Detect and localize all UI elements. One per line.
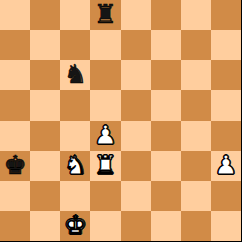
square-e1[interactable]	[121, 211, 151, 241]
square-b6[interactable]	[30, 60, 60, 90]
square-a2[interactable]	[0, 181, 30, 211]
square-f1[interactable]	[151, 211, 181, 241]
square-a4[interactable]	[0, 121, 30, 151]
square-d4[interactable]: ♟	[90, 121, 120, 151]
square-e2[interactable]	[121, 181, 151, 211]
square-c5[interactable]	[60, 90, 90, 120]
square-e8[interactable]	[121, 0, 151, 30]
black-knight-c6[interactable]: ♞	[64, 61, 87, 87]
white-rook-d3[interactable]: ♜	[94, 152, 117, 178]
square-g8[interactable]	[181, 0, 211, 30]
square-a3[interactable]: ♚	[0, 151, 30, 181]
square-f6[interactable]	[151, 60, 181, 90]
square-h6[interactable]	[211, 60, 241, 90]
square-g7[interactable]	[181, 30, 211, 60]
square-d5[interactable]	[90, 90, 120, 120]
square-d6[interactable]	[90, 60, 120, 90]
square-f8[interactable]	[151, 0, 181, 30]
square-a8[interactable]	[0, 0, 30, 30]
white-king-c1[interactable]: ♚	[64, 212, 87, 238]
square-a5[interactable]	[0, 90, 30, 120]
square-a6[interactable]	[0, 60, 30, 90]
square-e6[interactable]	[121, 60, 151, 90]
square-e5[interactable]	[121, 90, 151, 120]
square-c4[interactable]	[60, 121, 90, 151]
square-b1[interactable]	[30, 211, 60, 241]
square-c3[interactable]: ♞	[60, 151, 90, 181]
square-a7[interactable]	[0, 30, 30, 60]
square-h7[interactable]	[211, 30, 241, 60]
square-c6[interactable]: ♞	[60, 60, 90, 90]
square-g6[interactable]	[181, 60, 211, 90]
black-rook-d8[interactable]: ♜	[94, 1, 117, 27]
black-king-a3[interactable]: ♚	[3, 152, 26, 178]
square-h5[interactable]	[211, 90, 241, 120]
white-knight-c3[interactable]: ♞	[64, 152, 87, 178]
square-h1[interactable]	[211, 211, 241, 241]
square-h3[interactable]: ♟	[211, 151, 241, 181]
square-b8[interactable]	[30, 0, 60, 30]
square-b2[interactable]	[30, 181, 60, 211]
square-d7[interactable]	[90, 30, 120, 60]
square-c7[interactable]	[60, 30, 90, 60]
square-g1[interactable]	[181, 211, 211, 241]
square-c2[interactable]	[60, 181, 90, 211]
square-h2[interactable]	[211, 181, 241, 211]
square-b4[interactable]	[30, 121, 60, 151]
square-g5[interactable]	[181, 90, 211, 120]
square-e3[interactable]	[121, 151, 151, 181]
chessboard: ♜♞♟♚♞♜♟♚	[0, 0, 242, 242]
square-h8[interactable]	[211, 0, 241, 30]
square-c8[interactable]	[60, 0, 90, 30]
board-grid: ♜♞♟♚♞♜♟♚	[0, 0, 242, 242]
square-e7[interactable]	[121, 30, 151, 60]
square-h4[interactable]	[211, 121, 241, 151]
square-d2[interactable]	[90, 181, 120, 211]
square-g3[interactable]	[181, 151, 211, 181]
white-pawn-d4[interactable]: ♟	[94, 122, 117, 148]
square-b3[interactable]	[30, 151, 60, 181]
square-b7[interactable]	[30, 30, 60, 60]
square-f3[interactable]	[151, 151, 181, 181]
square-d1[interactable]	[90, 211, 120, 241]
square-a1[interactable]	[0, 211, 30, 241]
square-c1[interactable]: ♚	[60, 211, 90, 241]
square-e4[interactable]	[121, 121, 151, 151]
square-d3[interactable]: ♜	[90, 151, 120, 181]
square-b5[interactable]	[30, 90, 60, 120]
square-g4[interactable]	[181, 121, 211, 151]
square-f5[interactable]	[151, 90, 181, 120]
square-f7[interactable]	[151, 30, 181, 60]
square-f2[interactable]	[151, 181, 181, 211]
square-f4[interactable]	[151, 121, 181, 151]
square-g2[interactable]	[181, 181, 211, 211]
square-d8[interactable]: ♜	[90, 0, 120, 30]
white-pawn-h3[interactable]: ♟	[214, 152, 237, 178]
